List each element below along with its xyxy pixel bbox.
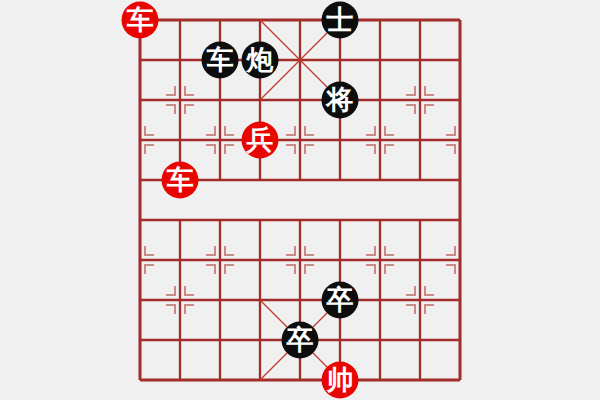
piece-black-chariot[interactable]: 车: [202, 42, 239, 79]
piece-black-soldier-b[interactable]: 卒: [282, 322, 319, 359]
piece-red-chariot-b[interactable]: 车: [162, 162, 199, 199]
piece-red-chariot-a[interactable]: 车: [122, 2, 159, 39]
piece-black-general[interactable]: 将: [322, 82, 359, 119]
pieces-layer: 车车炮士将兵车卒卒帅: [0, 0, 600, 400]
piece-black-cannon[interactable]: 炮: [242, 42, 279, 79]
piece-red-general[interactable]: 帅: [322, 362, 359, 399]
piece-red-soldier[interactable]: 兵: [242, 122, 279, 159]
piece-black-advisor[interactable]: 士: [322, 2, 359, 39]
piece-black-soldier-a[interactable]: 卒: [322, 282, 359, 319]
xiangqi-diagram: 车车炮士将兵车卒卒帅: [0, 0, 600, 400]
